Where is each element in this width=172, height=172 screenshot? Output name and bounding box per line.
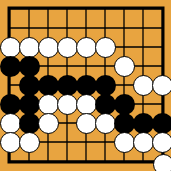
white-stone[interactable] xyxy=(76,113,97,134)
black-stone[interactable] xyxy=(57,75,78,96)
white-stone[interactable] xyxy=(114,132,135,153)
white-stone[interactable] xyxy=(0,132,21,153)
black-stone[interactable] xyxy=(152,113,172,134)
white-stone[interactable] xyxy=(76,37,97,58)
black-stone[interactable] xyxy=(114,94,135,115)
white-stone[interactable] xyxy=(0,113,21,134)
white-stone[interactable] xyxy=(76,94,97,115)
go-board[interactable] xyxy=(0,0,171,171)
white-stone[interactable] xyxy=(38,113,59,134)
white-stone[interactable] xyxy=(95,113,116,134)
white-stone[interactable] xyxy=(114,56,135,77)
white-stone[interactable] xyxy=(38,94,59,115)
white-stone[interactable] xyxy=(133,75,154,96)
black-stone[interactable] xyxy=(19,94,40,115)
white-stone[interactable] xyxy=(133,132,154,153)
white-stone[interactable] xyxy=(57,37,78,58)
white-stone[interactable] xyxy=(19,37,40,58)
black-stone[interactable] xyxy=(19,113,40,134)
black-stone[interactable] xyxy=(95,94,116,115)
white-stone[interactable] xyxy=(95,37,116,58)
black-stone[interactable] xyxy=(0,94,21,115)
white-stone[interactable] xyxy=(57,94,78,115)
white-stone[interactable] xyxy=(0,37,21,58)
white-stone[interactable] xyxy=(38,37,59,58)
black-stone[interactable] xyxy=(133,113,154,134)
black-stone[interactable] xyxy=(114,113,135,134)
white-stone[interactable] xyxy=(152,75,172,96)
white-stone[interactable] xyxy=(19,132,40,153)
black-stone[interactable] xyxy=(95,75,116,96)
white-stone[interactable] xyxy=(152,132,172,153)
black-stone[interactable] xyxy=(76,75,97,96)
black-stone[interactable] xyxy=(38,75,59,96)
white-stone[interactable] xyxy=(153,154,172,172)
black-stone[interactable] xyxy=(19,75,40,96)
black-stone[interactable] xyxy=(0,56,21,77)
black-stone[interactable] xyxy=(19,56,40,77)
